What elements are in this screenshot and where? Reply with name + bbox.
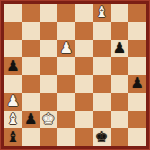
square-h8[interactable] (128, 4, 146, 22)
square-a5[interactable]: ♟ (4, 57, 22, 75)
square-h2[interactable] (128, 111, 146, 129)
square-f5[interactable] (93, 57, 111, 75)
piece-black-king-f1[interactable]: ♚ (95, 129, 108, 144)
square-h7[interactable] (128, 22, 146, 40)
square-f8[interactable]: ♝ (93, 4, 111, 22)
square-e7[interactable] (75, 22, 93, 40)
square-g2[interactable] (111, 111, 129, 129)
square-d1[interactable] (57, 128, 75, 146)
square-c6[interactable] (40, 40, 58, 58)
square-g4[interactable] (111, 75, 129, 93)
square-a8[interactable] (4, 4, 22, 22)
square-e4[interactable] (75, 75, 93, 93)
square-d5[interactable] (57, 57, 75, 75)
square-e6[interactable] (75, 40, 93, 58)
square-e2[interactable] (75, 111, 93, 129)
square-a1[interactable]: ♝ (4, 128, 22, 146)
square-g1[interactable] (111, 128, 129, 146)
square-c7[interactable] (40, 22, 58, 40)
square-b3[interactable] (22, 93, 40, 111)
square-a2[interactable]: ♝ (4, 111, 22, 129)
square-g3[interactable] (111, 93, 129, 111)
square-d4[interactable] (57, 75, 75, 93)
square-g6[interactable]: ♟ (111, 40, 129, 58)
square-c8[interactable] (40, 4, 58, 22)
square-a6[interactable] (4, 40, 22, 58)
square-h3[interactable] (128, 93, 146, 111)
square-g5[interactable] (111, 57, 129, 75)
square-f7[interactable] (93, 22, 111, 40)
piece-white-bishop-a2[interactable]: ♝ (6, 111, 19, 126)
square-c3[interactable] (40, 93, 58, 111)
square-b1[interactable] (22, 128, 40, 146)
piece-black-pawn-g6[interactable]: ♟ (113, 40, 126, 55)
square-h4[interactable]: ♟ (128, 75, 146, 93)
square-f2[interactable] (93, 111, 111, 129)
square-h1[interactable] (128, 128, 146, 146)
square-a4[interactable] (4, 75, 22, 93)
piece-black-pawn-a5[interactable]: ♟ (6, 58, 19, 73)
square-d7[interactable] (57, 22, 75, 40)
square-c4[interactable] (40, 75, 58, 93)
square-d3[interactable] (57, 93, 75, 111)
piece-white-pawn-a3[interactable]: ♟ (6, 94, 19, 109)
square-e3[interactable] (75, 93, 93, 111)
square-e8[interactable] (75, 4, 93, 22)
piece-black-pawn-h4[interactable]: ♟ (130, 76, 143, 91)
square-a7[interactable] (4, 22, 22, 40)
square-b2[interactable]: ♟ (22, 111, 40, 129)
square-b6[interactable] (22, 40, 40, 58)
square-h6[interactable] (128, 40, 146, 58)
square-d6[interactable]: ♟ (57, 40, 75, 58)
square-b4[interactable] (22, 75, 40, 93)
piece-black-bishop-a1[interactable]: ♝ (6, 129, 19, 144)
square-f1[interactable]: ♚ (93, 128, 111, 146)
square-h5[interactable] (128, 57, 146, 75)
square-e1[interactable] (75, 128, 93, 146)
piece-white-pawn-d6[interactable]: ♟ (59, 40, 72, 55)
square-f3[interactable] (93, 93, 111, 111)
square-b8[interactable] (22, 4, 40, 22)
square-c5[interactable] (40, 57, 58, 75)
square-c1[interactable] (40, 128, 58, 146)
square-c2[interactable]: ♚ (40, 111, 58, 129)
square-d2[interactable] (57, 111, 75, 129)
square-f6[interactable] (93, 40, 111, 58)
square-d8[interactable] (57, 4, 75, 22)
piece-black-pawn-b2[interactable]: ♟ (24, 111, 37, 126)
piece-white-king-c2[interactable]: ♚ (42, 111, 55, 126)
square-a3[interactable]: ♟ (4, 93, 22, 111)
square-e5[interactable] (75, 57, 93, 75)
square-b5[interactable] (22, 57, 40, 75)
square-b7[interactable] (22, 22, 40, 40)
piece-white-bishop-f8[interactable]: ♝ (95, 5, 108, 20)
board-frame: ♝♟♟♟♟♟♝♟♚♝♚ (0, 0, 150, 150)
chess-board: ♝♟♟♟♟♟♝♟♚♝♚ (4, 4, 146, 146)
square-g8[interactable] (111, 4, 129, 22)
square-g7[interactable] (111, 22, 129, 40)
square-f4[interactable] (93, 75, 111, 93)
